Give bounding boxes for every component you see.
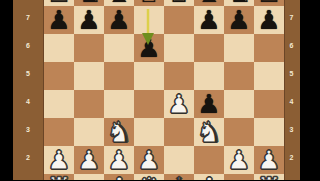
white-bishop-c1[interactable]: ♝ <box>106 174 132 181</box>
square-d1[interactable]: ♛ <box>134 174 164 180</box>
square-a4[interactable] <box>44 90 74 118</box>
white-bishop-f1[interactable]: ♝ <box>196 174 222 181</box>
square-g2[interactable]: ♟ <box>224 146 254 174</box>
square-e5[interactable] <box>164 62 194 90</box>
square-h5[interactable] <box>254 62 284 90</box>
white-pawn-d2[interactable]: ♟ <box>137 147 160 173</box>
square-b2[interactable]: ♟ <box>74 146 104 174</box>
black-pawn-c7[interactable]: ♟ <box>107 7 130 33</box>
square-g6[interactable] <box>224 34 254 62</box>
square-f4[interactable]: ♟ <box>194 90 224 118</box>
square-e1[interactable]: ♚ <box>164 174 194 180</box>
square-e6[interactable] <box>164 34 194 62</box>
black-pawn-d6[interactable]: ♟ <box>137 35 160 61</box>
square-g7[interactable]: ♟ <box>224 6 254 34</box>
square-b6[interactable] <box>74 34 104 62</box>
square-h3[interactable] <box>254 118 284 146</box>
square-h6[interactable] <box>254 34 284 62</box>
square-d2[interactable]: ♟ <box>134 146 164 174</box>
square-g5[interactable] <box>224 62 254 90</box>
square-g3[interactable] <box>224 118 254 146</box>
white-king-e1[interactable]: ♚ <box>166 174 192 181</box>
square-f7[interactable]: ♟ <box>194 6 224 34</box>
square-h4[interactable] <box>254 90 284 118</box>
white-queen-d1[interactable]: ♛ <box>136 174 162 181</box>
square-h7[interactable]: ♟ <box>254 6 284 34</box>
square-c5[interactable] <box>104 62 134 90</box>
square-a7[interactable]: ♟ <box>44 6 74 34</box>
square-h1[interactable]: ♜ <box>254 174 284 180</box>
black-pawn-a7[interactable]: ♟ <box>47 7 70 33</box>
square-h2[interactable]: ♟ <box>254 146 284 174</box>
square-b7[interactable]: ♟ <box>74 6 104 34</box>
square-f2[interactable] <box>194 146 224 174</box>
white-rook-h1[interactable]: ♜ <box>256 174 282 181</box>
square-f6[interactable] <box>194 34 224 62</box>
square-e2[interactable] <box>164 146 194 174</box>
square-c1[interactable]: ♝ <box>104 174 134 180</box>
square-f1[interactable]: ♝ <box>194 174 224 180</box>
chess-video-frame: ♜♞♝♛♚♝♞♜♟♟♟♟♟♟♟♟♟♞♞♟♟♟♟♟♟♜♝♛♚♝♜ 765432 7… <box>0 0 320 180</box>
square-g1[interactable] <box>224 174 254 180</box>
white-pawn-e4[interactable]: ♟ <box>167 91 190 117</box>
square-b1[interactable] <box>74 174 104 180</box>
white-pawn-a2[interactable]: ♟ <box>47 147 70 173</box>
square-e4[interactable]: ♟ <box>164 90 194 118</box>
square-f5[interactable] <box>194 62 224 90</box>
square-b5[interactable] <box>74 62 104 90</box>
white-pawn-h2[interactable]: ♟ <box>257 147 280 173</box>
square-a3[interactable] <box>44 118 74 146</box>
square-a2[interactable]: ♟ <box>44 146 74 174</box>
square-b3[interactable] <box>74 118 104 146</box>
square-d7[interactable] <box>134 6 164 34</box>
white-knight-f3[interactable]: ♞ <box>196 118 222 147</box>
square-c2[interactable]: ♟ <box>104 146 134 174</box>
black-pawn-f4[interactable]: ♟ <box>197 91 220 117</box>
square-g4[interactable] <box>224 90 254 118</box>
square-d5[interactable] <box>134 62 164 90</box>
square-b4[interactable] <box>74 90 104 118</box>
square-a1[interactable]: ♜ <box>44 174 74 180</box>
square-c3[interactable]: ♞ <box>104 118 134 146</box>
square-d3[interactable] <box>134 118 164 146</box>
square-a6[interactable] <box>44 34 74 62</box>
white-pawn-g2[interactable]: ♟ <box>227 147 250 173</box>
white-pawn-b2[interactable]: ♟ <box>77 147 100 173</box>
square-e7[interactable] <box>164 6 194 34</box>
square-c7[interactable]: ♟ <box>104 6 134 34</box>
black-pawn-h7[interactable]: ♟ <box>257 7 280 33</box>
square-c4[interactable] <box>104 90 134 118</box>
black-pawn-f7[interactable]: ♟ <box>197 7 220 33</box>
white-pawn-c2[interactable]: ♟ <box>107 147 130 173</box>
square-a5[interactable] <box>44 62 74 90</box>
chess-board: ♜♞♝♛♚♝♞♜♟♟♟♟♟♟♟♟♟♞♞♟♟♟♟♟♟♜♝♛♚♝♜ <box>43 0 285 180</box>
black-pawn-b7[interactable]: ♟ <box>77 7 100 33</box>
square-f3[interactable]: ♞ <box>194 118 224 146</box>
square-c6[interactable] <box>104 34 134 62</box>
square-d4[interactable] <box>134 90 164 118</box>
white-rook-a1[interactable]: ♜ <box>46 174 72 181</box>
square-d6[interactable]: ♟ <box>134 34 164 62</box>
black-pawn-g7[interactable]: ♟ <box>227 7 250 33</box>
white-knight-c3[interactable]: ♞ <box>106 118 132 147</box>
square-e3[interactable] <box>164 118 194 146</box>
